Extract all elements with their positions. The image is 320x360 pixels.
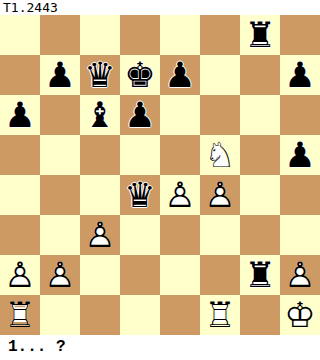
black-king[interactable]: ♚ <box>120 55 160 95</box>
square-h6[interactable] <box>280 95 320 135</box>
square-a2[interactable]: ♟♙ <box>0 255 40 295</box>
square-f5[interactable]: ♞♘ <box>200 135 240 175</box>
white-knight[interactable]: ♞♘ <box>200 135 240 175</box>
black-rook[interactable]: ♜ <box>240 255 280 295</box>
square-g7[interactable] <box>240 55 280 95</box>
white-rook[interactable]: ♜♖ <box>0 295 40 335</box>
square-e2[interactable] <box>160 255 200 295</box>
black-pawn[interactable]: ♟ <box>160 55 200 95</box>
square-e1[interactable] <box>160 295 200 335</box>
move-prompt: 1... ? <box>0 335 320 360</box>
white-pawn[interactable]: ♟♙ <box>160 175 200 215</box>
square-e3[interactable] <box>160 215 200 255</box>
square-a1[interactable]: ♜♖ <box>0 295 40 335</box>
square-b1[interactable] <box>40 295 80 335</box>
square-b5[interactable] <box>40 135 80 175</box>
chess-puzzle-page: T1.2443 ♜♟♛♚♟♟♟♝♟♞♘♟♛♟♙♟♙♟♙♟♙♟♙♜♟♙♜♖♜♖♚♔… <box>0 0 320 360</box>
square-g1[interactable] <box>240 295 280 335</box>
square-h2[interactable]: ♟♙ <box>280 255 320 295</box>
white-king[interactable]: ♚♔ <box>280 295 320 335</box>
black-pawn[interactable]: ♟ <box>40 55 80 95</box>
square-e8[interactable] <box>160 15 200 55</box>
square-b2[interactable]: ♟♙ <box>40 255 80 295</box>
black-queen[interactable]: ♛ <box>80 55 120 95</box>
square-f2[interactable] <box>200 255 240 295</box>
black-pawn[interactable]: ♟ <box>0 95 40 135</box>
white-rook[interactable]: ♜♖ <box>200 295 240 335</box>
square-c8[interactable] <box>80 15 120 55</box>
puzzle-title: T1.2443 <box>0 0 320 15</box>
square-f1[interactable]: ♜♖ <box>200 295 240 335</box>
black-pawn[interactable]: ♟ <box>280 55 320 95</box>
square-a6[interactable]: ♟ <box>0 95 40 135</box>
square-a8[interactable] <box>0 15 40 55</box>
black-queen[interactable]: ♛ <box>120 175 160 215</box>
white-pawn[interactable]: ♟♙ <box>80 215 120 255</box>
square-a4[interactable] <box>0 175 40 215</box>
square-b7[interactable]: ♟ <box>40 55 80 95</box>
white-pawn[interactable]: ♟♙ <box>200 175 240 215</box>
square-g4[interactable] <box>240 175 280 215</box>
square-g8[interactable]: ♜ <box>240 15 280 55</box>
square-b6[interactable] <box>40 95 80 135</box>
square-f3[interactable] <box>200 215 240 255</box>
black-rook[interactable]: ♜ <box>240 15 280 55</box>
square-h3[interactable] <box>280 215 320 255</box>
square-g3[interactable] <box>240 215 280 255</box>
square-f6[interactable] <box>200 95 240 135</box>
square-d5[interactable] <box>120 135 160 175</box>
square-h8[interactable] <box>280 15 320 55</box>
square-g6[interactable] <box>240 95 280 135</box>
square-d4[interactable]: ♛ <box>120 175 160 215</box>
black-pawn[interactable]: ♟ <box>280 135 320 175</box>
square-c4[interactable] <box>80 175 120 215</box>
square-h1[interactable]: ♚♔ <box>280 295 320 335</box>
square-c5[interactable] <box>80 135 120 175</box>
square-b4[interactable] <box>40 175 80 215</box>
square-c1[interactable] <box>80 295 120 335</box>
square-d7[interactable]: ♚ <box>120 55 160 95</box>
square-d8[interactable] <box>120 15 160 55</box>
square-c2[interactable] <box>80 255 120 295</box>
square-c7[interactable]: ♛ <box>80 55 120 95</box>
square-a3[interactable] <box>0 215 40 255</box>
chess-board: ♜♟♛♚♟♟♟♝♟♞♘♟♛♟♙♟♙♟♙♟♙♟♙♜♟♙♜♖♜♖♚♔ <box>0 15 320 335</box>
square-h5[interactable]: ♟ <box>280 135 320 175</box>
square-e4[interactable]: ♟♙ <box>160 175 200 215</box>
square-h4[interactable] <box>280 175 320 215</box>
square-h7[interactable]: ♟ <box>280 55 320 95</box>
square-a5[interactable] <box>0 135 40 175</box>
square-e6[interactable] <box>160 95 200 135</box>
square-g2[interactable]: ♜ <box>240 255 280 295</box>
square-f7[interactable] <box>200 55 240 95</box>
square-e5[interactable] <box>160 135 200 175</box>
white-pawn[interactable]: ♟♙ <box>40 255 80 295</box>
square-d3[interactable] <box>120 215 160 255</box>
black-bishop[interactable]: ♝ <box>80 95 120 135</box>
white-pawn[interactable]: ♟♙ <box>0 255 40 295</box>
white-pawn[interactable]: ♟♙ <box>280 255 320 295</box>
square-c3[interactable]: ♟♙ <box>80 215 120 255</box>
square-d2[interactable] <box>120 255 160 295</box>
square-b3[interactable] <box>40 215 80 255</box>
square-d6[interactable]: ♟ <box>120 95 160 135</box>
square-g5[interactable] <box>240 135 280 175</box>
square-c6[interactable]: ♝ <box>80 95 120 135</box>
square-d1[interactable] <box>120 295 160 335</box>
square-f8[interactable] <box>200 15 240 55</box>
black-pawn[interactable]: ♟ <box>120 95 160 135</box>
square-b8[interactable] <box>40 15 80 55</box>
square-e7[interactable]: ♟ <box>160 55 200 95</box>
square-f4[interactable]: ♟♙ <box>200 175 240 215</box>
square-a7[interactable] <box>0 55 40 95</box>
